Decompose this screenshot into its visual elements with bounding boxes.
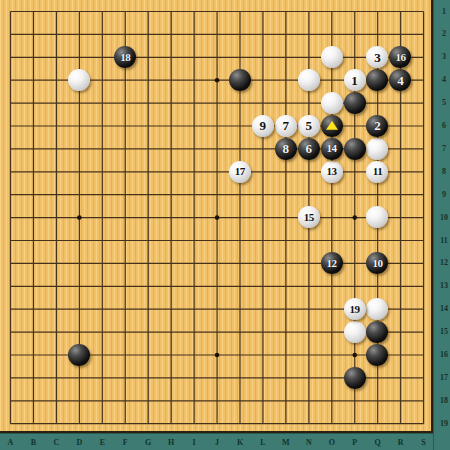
column-label-A: A bbox=[8, 439, 14, 447]
stone-black-P7[interactable] bbox=[344, 138, 366, 160]
column-label-H: H bbox=[168, 439, 174, 447]
move-number: 12 bbox=[327, 258, 337, 269]
row-label-11: 11 bbox=[440, 237, 448, 245]
stone-black-Q4[interactable] bbox=[366, 69, 388, 91]
triangle-marker-icon bbox=[326, 121, 338, 130]
column-label-O: O bbox=[329, 439, 335, 447]
move-number: 9 bbox=[260, 119, 267, 132]
column-label-F: F bbox=[123, 439, 128, 447]
stone-black-P17[interactable] bbox=[344, 367, 366, 389]
go-diagram-screen: 12345678910111213141516171819 1234567891… bbox=[0, 0, 450, 450]
stone-black-P5[interactable] bbox=[344, 92, 366, 114]
column-label-S: S bbox=[421, 439, 425, 447]
column-label-Q: Q bbox=[375, 439, 381, 447]
stone-black-O6[interactable] bbox=[321, 115, 343, 137]
column-label-I: I bbox=[193, 439, 196, 447]
row-label-16: 16 bbox=[440, 351, 448, 359]
stone-white-K8[interactable]: 17 bbox=[229, 161, 251, 183]
stone-white-Q3[interactable]: 3 bbox=[366, 46, 388, 68]
row-label-14: 14 bbox=[440, 305, 448, 313]
stone-black-O12[interactable]: 12 bbox=[321, 252, 343, 274]
move-number: 3 bbox=[374, 51, 381, 64]
move-number: 11 bbox=[373, 166, 382, 177]
stone-black-R3[interactable]: 16 bbox=[389, 46, 411, 68]
move-number: 1 bbox=[351, 74, 358, 87]
move-number: 17 bbox=[235, 166, 245, 177]
row-label-15: 15 bbox=[440, 328, 448, 336]
row-label-7: 7 bbox=[442, 145, 446, 153]
move-number: 8 bbox=[282, 142, 289, 155]
column-label-J: J bbox=[215, 439, 219, 447]
row-label-10: 10 bbox=[440, 214, 448, 222]
stone-white-P15[interactable] bbox=[344, 321, 366, 343]
stone-white-O8[interactable]: 13 bbox=[321, 161, 343, 183]
stone-white-N6[interactable]: 5 bbox=[298, 115, 320, 137]
move-number: 19 bbox=[350, 304, 360, 315]
stone-black-Q6[interactable]: 2 bbox=[366, 115, 388, 137]
column-label-N: N bbox=[306, 439, 312, 447]
stone-black-R4[interactable]: 4 bbox=[389, 69, 411, 91]
row-label-1: 1 bbox=[442, 8, 446, 16]
move-number: 7 bbox=[282, 119, 289, 132]
stone-black-N7[interactable]: 6 bbox=[298, 138, 320, 160]
column-label-M: M bbox=[282, 439, 290, 447]
row-label-8: 8 bbox=[442, 168, 446, 176]
stone-white-P4[interactable]: 1 bbox=[344, 69, 366, 91]
move-number: 5 bbox=[305, 119, 312, 132]
stone-white-O3[interactable] bbox=[321, 46, 343, 68]
move-number: 10 bbox=[372, 258, 382, 269]
stone-black-D16[interactable] bbox=[68, 344, 90, 366]
stone-grid: 12345678910111213141516171819 bbox=[0, 0, 435, 435]
stone-black-F3[interactable]: 18 bbox=[114, 46, 136, 68]
row-label-5: 5 bbox=[442, 99, 446, 107]
move-number: 18 bbox=[120, 52, 130, 63]
row-coordinate-strip: 12345678910111213141516171819 bbox=[433, 0, 450, 450]
column-label-R: R bbox=[398, 439, 404, 447]
column-label-C: C bbox=[54, 439, 60, 447]
stone-white-Q10[interactable] bbox=[366, 206, 388, 228]
move-number: 2 bbox=[374, 119, 381, 132]
row-label-4: 4 bbox=[442, 76, 446, 84]
move-number: 15 bbox=[304, 212, 314, 223]
column-label-E: E bbox=[100, 439, 105, 447]
move-number: 4 bbox=[397, 74, 404, 87]
column-label-P: P bbox=[352, 439, 357, 447]
stone-black-Q12[interactable]: 10 bbox=[366, 252, 388, 274]
stone-white-D4[interactable] bbox=[68, 69, 90, 91]
stone-black-Q16[interactable] bbox=[366, 344, 388, 366]
column-label-G: G bbox=[145, 439, 151, 447]
row-label-18: 18 bbox=[440, 397, 448, 405]
row-label-9: 9 bbox=[442, 191, 446, 199]
move-number: 14 bbox=[327, 143, 337, 154]
move-number: 16 bbox=[395, 52, 405, 63]
stone-white-N10[interactable]: 15 bbox=[298, 206, 320, 228]
column-label-L: L bbox=[260, 439, 265, 447]
stone-white-M6[interactable]: 7 bbox=[275, 115, 297, 137]
stone-white-Q14[interactable] bbox=[366, 298, 388, 320]
row-label-2: 2 bbox=[442, 30, 446, 38]
stone-black-M7[interactable]: 8 bbox=[275, 138, 297, 160]
row-label-19: 19 bbox=[440, 420, 448, 428]
row-label-12: 12 bbox=[440, 259, 448, 267]
move-number: 13 bbox=[327, 166, 337, 177]
row-label-3: 3 bbox=[442, 53, 446, 61]
stone-black-K4[interactable] bbox=[229, 69, 251, 91]
column-label-K: K bbox=[237, 439, 243, 447]
stone-black-Q15[interactable] bbox=[366, 321, 388, 343]
stone-black-O7[interactable]: 14 bbox=[321, 138, 343, 160]
column-label-B: B bbox=[31, 439, 36, 447]
stone-white-N4[interactable] bbox=[298, 69, 320, 91]
stone-white-Q7[interactable] bbox=[366, 138, 388, 160]
stone-white-L6[interactable]: 9 bbox=[252, 115, 274, 137]
stone-white-Q8[interactable]: 11 bbox=[366, 161, 388, 183]
stone-white-O5[interactable] bbox=[321, 92, 343, 114]
row-label-17: 17 bbox=[440, 374, 448, 382]
column-label-D: D bbox=[76, 439, 82, 447]
column-coordinate-strip: ABCDEFGHIJKLMNOPQRS bbox=[0, 433, 433, 450]
row-label-6: 6 bbox=[442, 122, 446, 130]
stone-white-P14[interactable]: 19 bbox=[344, 298, 366, 320]
go-board[interactable]: 12345678910111213141516171819 bbox=[0, 0, 433, 433]
row-label-13: 13 bbox=[440, 282, 448, 290]
move-number: 6 bbox=[305, 142, 312, 155]
